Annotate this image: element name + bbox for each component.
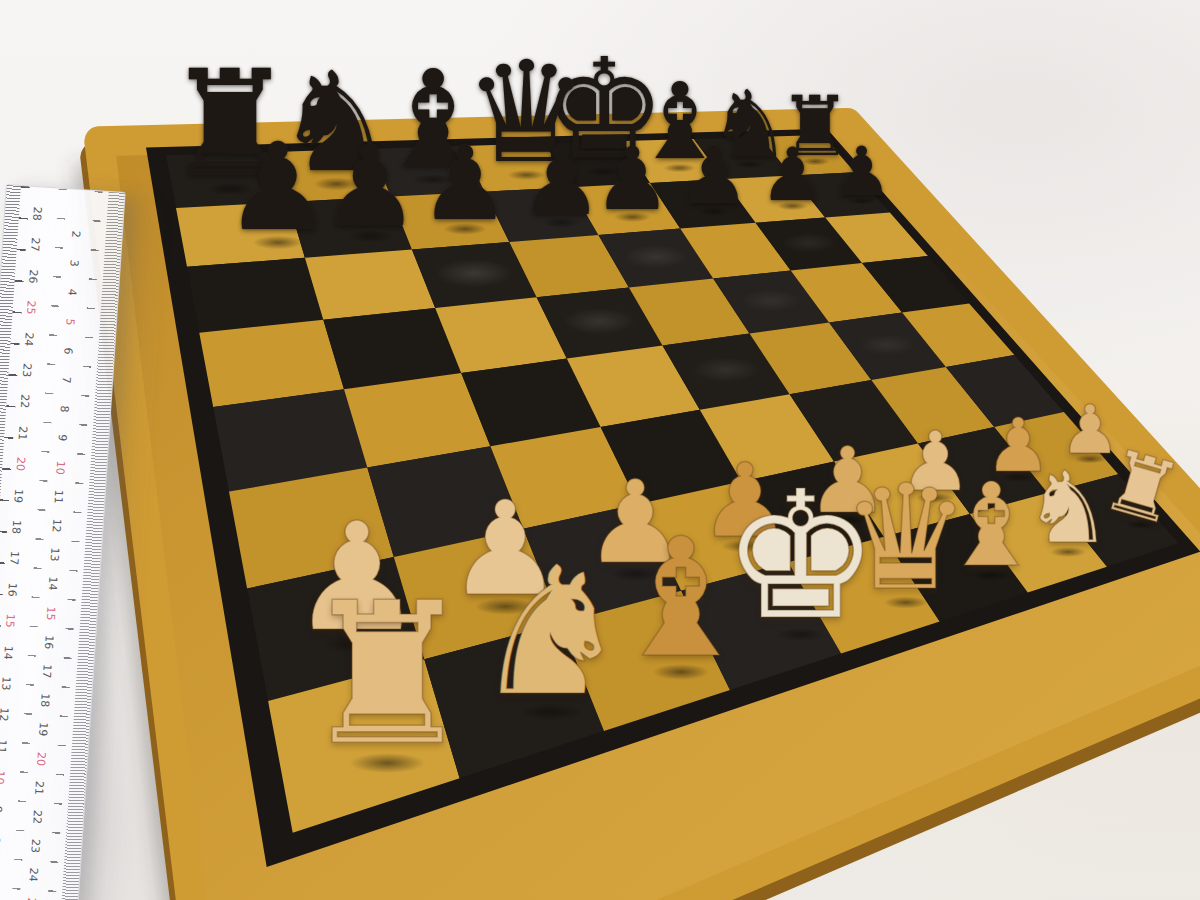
ruler-number-right: 14 bbox=[46, 575, 60, 592]
ruler-number-right: 9 bbox=[55, 430, 69, 447]
ruler-number-right: 11 bbox=[51, 488, 65, 505]
square-b8[interactable] bbox=[274, 149, 391, 202]
chess-board bbox=[0, 0, 1200, 900]
ruler-number-right: 3 bbox=[67, 255, 81, 272]
ruler-number-left: 26 bbox=[26, 268, 40, 285]
ruler-number-right: 5 bbox=[63, 313, 77, 330]
ruler-number-left: 12 bbox=[0, 706, 11, 723]
ruler-number-left: 20 bbox=[13, 456, 27, 473]
ruler-number-right: 17 bbox=[40, 663, 54, 680]
ruler-number-right: 25 bbox=[24, 896, 38, 900]
scene: ♜♞♝♛♚♝♞♜♟♟♟♟♟♟♟♟♟♟♟♟♟♟♟♟♜♞♝♚♛♝♞♜ 2827262… bbox=[0, 0, 1200, 900]
square-reflection bbox=[859, 334, 917, 355]
ruler-number-left: 24 bbox=[22, 331, 36, 348]
ruler-number-right: 4 bbox=[65, 284, 79, 301]
ruler-number-right: 8 bbox=[57, 401, 71, 418]
ruler-number-right: 20 bbox=[34, 750, 48, 767]
ruler-number-right: 24 bbox=[26, 867, 40, 884]
ruler-number-right: 2 bbox=[69, 226, 83, 243]
ruler-number-right: 16 bbox=[42, 634, 56, 651]
square-a8[interactable] bbox=[166, 152, 288, 208]
ruler-number-right: 13 bbox=[48, 546, 62, 563]
ruler-number-right: 22 bbox=[30, 809, 44, 826]
ruler-number-left: 13 bbox=[0, 675, 13, 692]
ruler-number-left: 9 bbox=[0, 800, 5, 817]
ruler-number-right: 10 bbox=[53, 459, 67, 476]
ruler-number-right: 19 bbox=[36, 721, 50, 738]
ruler-number-right: 18 bbox=[38, 692, 52, 709]
ruler-number-right: 21 bbox=[32, 779, 46, 796]
ruler-number-left: 19 bbox=[11, 487, 25, 504]
ruler-number-left: 15 bbox=[3, 613, 17, 630]
ruler-number-left: 25 bbox=[24, 299, 38, 316]
square-reflection bbox=[623, 245, 688, 268]
ruler-number-left: 17 bbox=[7, 550, 21, 567]
square-a6[interactable] bbox=[187, 258, 323, 333]
ruler-number-right: 12 bbox=[49, 517, 63, 534]
square-reflection bbox=[691, 357, 760, 382]
square-a7[interactable] bbox=[176, 202, 305, 267]
square-reflection bbox=[435, 259, 513, 287]
square-b7[interactable] bbox=[288, 197, 412, 258]
ruler-number-left: 14 bbox=[1, 644, 15, 661]
square-reflection bbox=[781, 233, 836, 253]
ruler-number-left: 10 bbox=[0, 769, 7, 786]
square-reflection bbox=[740, 290, 801, 312]
ruler-number-left: 11 bbox=[0, 738, 9, 755]
ruler-number-left: 18 bbox=[9, 519, 23, 536]
square-b6[interactable] bbox=[305, 249, 435, 319]
ruler-number-left: 28 bbox=[30, 205, 44, 222]
ruler-number-left: 23 bbox=[20, 362, 34, 379]
ruler-number-left: 27 bbox=[28, 237, 42, 254]
ruler-number-right: 6 bbox=[61, 342, 75, 359]
ruler-number-left: 8 bbox=[0, 832, 3, 849]
ruler-number-left: 21 bbox=[16, 425, 30, 442]
ruler-number-right: 23 bbox=[28, 838, 42, 855]
ruler-number-left: 22 bbox=[18, 393, 32, 410]
square-reflection bbox=[563, 308, 636, 334]
ruler-number-left: 16 bbox=[5, 581, 19, 598]
ruler-number-right: 7 bbox=[59, 372, 73, 389]
ruler-number-right: 15 bbox=[44, 605, 58, 622]
